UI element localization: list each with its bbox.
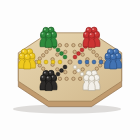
track-hole [72, 44, 75, 47]
peg-highlight [92, 28, 94, 30]
home-run-dot-green [56, 48, 60, 52]
home-run-dot-green [63, 55, 67, 59]
peg-highlight [108, 50, 110, 52]
home-run-dot-blue [78, 60, 82, 64]
track-hole [58, 44, 61, 47]
peg-highlight [49, 71, 51, 73]
start-cluster-red [83, 27, 100, 47]
peg-head [46, 75, 52, 81]
track-hole [42, 67, 45, 70]
peg-highlight [42, 76, 44, 78]
home-run-dot-yellow [58, 60, 62, 64]
center-hole [68, 60, 72, 64]
peg-highlight [106, 54, 108, 56]
home-run-dot-blue [85, 60, 89, 64]
home-run-dot-black [60, 69, 64, 73]
hex-ludo-board-svg [0, 0, 140, 140]
peg-head [89, 32, 95, 38]
peg-highlight [44, 28, 46, 30]
track-hole [65, 44, 68, 47]
peg-highlight [20, 54, 22, 56]
track-hole [64, 50, 67, 53]
home-run-dot-red [77, 52, 81, 56]
track-hole [42, 54, 45, 57]
track-hole [64, 70, 67, 73]
start-cluster-green [40, 27, 57, 47]
home-run-dot-blue [92, 60, 96, 64]
track-hole [92, 50, 95, 53]
peg-highlight [87, 72, 89, 74]
peg-highlight [47, 76, 49, 78]
peg-highlight [90, 76, 92, 78]
track-hole [58, 77, 61, 80]
peg-highlight [90, 33, 92, 35]
peg-head [46, 32, 52, 38]
peg-head [24, 54, 30, 60]
home-run-dot-green [60, 52, 64, 56]
track-hole [95, 67, 98, 70]
track-hole [73, 70, 76, 73]
track-hole [45, 50, 48, 53]
peg-highlight [87, 28, 89, 30]
track-hole [38, 64, 41, 67]
home-run-dot-red [80, 48, 84, 52]
peg-head [110, 54, 116, 60]
track-hole [73, 50, 76, 53]
peg-head [89, 75, 95, 81]
game-board [0, 0, 140, 140]
track-hole [65, 77, 68, 80]
track-hole [56, 68, 59, 71]
peg-highlight [85, 76, 87, 78]
peg-highlight [42, 33, 44, 35]
peg-highlight [114, 50, 116, 52]
home-run-dot-yellow [37, 60, 41, 64]
peg-highlight [111, 55, 113, 57]
peg-highlight [22, 50, 24, 52]
peg-highlight [25, 55, 27, 57]
peg-highlight [49, 28, 51, 30]
home-run-dot-white [73, 65, 77, 69]
home-run-dot-yellow [51, 60, 55, 64]
peg-highlight [44, 72, 46, 74]
track-hole [78, 77, 81, 80]
track-hole [56, 53, 59, 56]
track-hole [81, 53, 84, 56]
peg-highlight [28, 50, 30, 52]
peg-highlight [92, 71, 94, 73]
peg-highlight [85, 33, 87, 35]
track-hole [78, 44, 81, 47]
peg-highlight [47, 33, 49, 35]
track-hole [72, 77, 75, 80]
track-hole [99, 57, 102, 60]
home-run-dot-blue [99, 60, 103, 64]
track-hole [38, 57, 41, 60]
track-hole [95, 54, 98, 57]
home-run-dot-black [56, 72, 60, 76]
home-run-dot-yellow [44, 60, 48, 64]
home-run-dot-black [63, 65, 67, 69]
track-hole [99, 64, 102, 67]
home-run-dot-red [73, 55, 77, 59]
home-run-dot-white [80, 72, 84, 76]
track-hole [81, 68, 84, 71]
home-run-dot-white [77, 69, 81, 73]
product-photo-scene [0, 0, 140, 140]
